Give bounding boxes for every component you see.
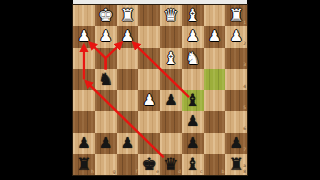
square-e3[interactable] bbox=[138, 48, 160, 69]
piece-white-pawn[interactable]: ♟ bbox=[186, 29, 199, 44]
square-e2[interactable] bbox=[138, 26, 160, 47]
square-e4[interactable] bbox=[138, 69, 160, 90]
square-f1[interactable]: ♜ bbox=[117, 5, 139, 26]
piece-black-pawn[interactable]: ♟ bbox=[77, 135, 90, 150]
square-b6[interactable] bbox=[204, 111, 226, 132]
piece-black-knight[interactable]: ♞ bbox=[98, 70, 113, 87]
square-f7[interactable]: ♟ bbox=[117, 133, 139, 154]
piece-white-pawn[interactable]: ♟ bbox=[77, 29, 90, 44]
square-c2[interactable]: ♟ bbox=[182, 26, 204, 47]
piece-black-pawn[interactable]: ♟ bbox=[99, 135, 112, 150]
piece-black-king[interactable]: ♚ bbox=[142, 155, 157, 172]
square-h5[interactable] bbox=[73, 90, 95, 111]
piece-white-pawn[interactable]: ♟ bbox=[142, 93, 155, 108]
piece-white-bishop[interactable]: ♝ bbox=[185, 7, 200, 24]
piece-white-pawn[interactable]: ♟ bbox=[121, 29, 134, 44]
square-f2[interactable]: ♟ bbox=[117, 26, 139, 47]
square-d8[interactable]: ♛d bbox=[160, 154, 182, 175]
square-g3[interactable] bbox=[95, 48, 117, 69]
square-e1[interactable] bbox=[138, 5, 160, 26]
square-d1[interactable]: ♛ bbox=[160, 5, 182, 26]
square-h7[interactable]: ♟ bbox=[73, 133, 95, 154]
piece-black-queen[interactable]: ♛ bbox=[163, 155, 178, 172]
piece-black-bishop[interactable]: ♝ bbox=[185, 155, 200, 172]
square-b7[interactable] bbox=[204, 133, 226, 154]
square-c4[interactable] bbox=[182, 69, 204, 90]
piece-white-pawn[interactable]: ♟ bbox=[229, 29, 242, 44]
piece-white-king[interactable]: ♚ bbox=[98, 7, 113, 24]
square-b1[interactable] bbox=[204, 5, 226, 26]
square-h6[interactable] bbox=[73, 111, 95, 132]
square-g2[interactable]: ♟ bbox=[95, 26, 117, 47]
chess-board: ♚♜♛♝♜1♟♟♟♟♟♟2♝♞3♞4♟♟♝5♟6♟♟♟♟♟7♜hgf♚e♛d♝c… bbox=[73, 5, 247, 175]
file-label: b bbox=[221, 170, 224, 175]
square-a2[interactable]: ♟2 bbox=[225, 26, 247, 47]
square-d4[interactable] bbox=[160, 69, 182, 90]
square-g7[interactable]: ♟ bbox=[95, 133, 117, 154]
file-label: g bbox=[113, 170, 116, 175]
square-h4[interactable] bbox=[73, 69, 95, 90]
square-h8[interactable]: ♜h bbox=[73, 154, 95, 175]
square-h2[interactable]: ♟ bbox=[73, 26, 95, 47]
square-g6[interactable] bbox=[95, 111, 117, 132]
file-label: f bbox=[136, 170, 138, 175]
piece-white-pawn[interactable]: ♟ bbox=[208, 29, 221, 44]
square-d2[interactable] bbox=[160, 26, 182, 47]
square-e5[interactable]: ♟ bbox=[138, 90, 160, 111]
piece-white-knight[interactable]: ♞ bbox=[185, 49, 200, 66]
square-e8[interactable]: ♚e bbox=[138, 154, 160, 175]
square-c6[interactable]: ♟ bbox=[182, 111, 204, 132]
square-e7[interactable] bbox=[138, 133, 160, 154]
piece-black-pawn[interactable]: ♟ bbox=[164, 93, 177, 108]
square-b2[interactable]: ♟ bbox=[204, 26, 226, 47]
square-a7[interactable]: ♟7 bbox=[225, 133, 247, 154]
square-a4[interactable]: 4 bbox=[225, 69, 247, 90]
piece-black-rook[interactable]: ♜ bbox=[229, 155, 244, 172]
piece-black-pawn[interactable]: ♟ bbox=[229, 135, 242, 150]
square-g4[interactable]: ♞ bbox=[95, 69, 117, 90]
square-d7[interactable] bbox=[160, 133, 182, 154]
square-c8[interactable]: ♝c bbox=[182, 154, 204, 175]
square-b5[interactable] bbox=[204, 90, 226, 111]
square-b3[interactable] bbox=[204, 48, 226, 69]
rank-label: 3 bbox=[243, 63, 246, 68]
square-c1[interactable]: ♝ bbox=[182, 5, 204, 26]
square-b8[interactable]: b bbox=[204, 154, 226, 175]
square-c5[interactable]: ♝ bbox=[182, 90, 204, 111]
square-a5[interactable]: 5 bbox=[225, 90, 247, 111]
square-h3[interactable] bbox=[73, 48, 95, 69]
square-g5[interactable] bbox=[95, 90, 117, 111]
piece-black-rook[interactable]: ♜ bbox=[76, 155, 91, 172]
square-d5[interactable]: ♟ bbox=[160, 90, 182, 111]
square-g1[interactable]: ♚ bbox=[95, 5, 117, 26]
square-f5[interactable] bbox=[117, 90, 139, 111]
square-f6[interactable] bbox=[117, 111, 139, 132]
rank-label: 7 bbox=[243, 148, 246, 153]
square-d3[interactable]: ♝ bbox=[160, 48, 182, 69]
square-c3[interactable]: ♞ bbox=[182, 48, 204, 69]
piece-black-pawn[interactable]: ♟ bbox=[121, 135, 134, 150]
piece-white-bishop[interactable]: ♝ bbox=[163, 49, 178, 66]
square-f4[interactable] bbox=[117, 69, 139, 90]
rank-label: 2 bbox=[243, 42, 246, 47]
square-h1[interactable] bbox=[73, 5, 95, 26]
piece-white-queen[interactable]: ♛ bbox=[163, 7, 178, 24]
piece-black-pawn[interactable]: ♟ bbox=[186, 135, 199, 150]
rank-label: 4 bbox=[243, 85, 246, 90]
square-b4[interactable] bbox=[204, 69, 226, 90]
rank-label: 6 bbox=[243, 127, 246, 132]
square-g8[interactable]: g bbox=[95, 154, 117, 175]
square-e6[interactable] bbox=[138, 111, 160, 132]
square-a3[interactable]: 3 bbox=[225, 48, 247, 69]
square-d6[interactable] bbox=[160, 111, 182, 132]
piece-white-pawn[interactable]: ♟ bbox=[99, 29, 112, 44]
square-f3[interactable] bbox=[117, 48, 139, 69]
square-c7[interactable]: ♟ bbox=[182, 133, 204, 154]
piece-white-rook[interactable]: ♜ bbox=[229, 7, 244, 24]
square-a8[interactable]: ♜8a bbox=[225, 154, 247, 175]
square-a6[interactable]: 6 bbox=[225, 111, 247, 132]
square-a1[interactable]: ♜1 bbox=[225, 5, 247, 26]
piece-black-bishop[interactable]: ♝ bbox=[185, 92, 200, 109]
video-frame: ♚♜♛♝♜1♟♟♟♟♟♟2♝♞3♞4♟♟♝5♟6♟♟♟♟♟7♜hgf♚e♛d♝c… bbox=[0, 0, 320, 180]
file-label: c bbox=[200, 170, 202, 175]
rank-label: 5 bbox=[243, 106, 246, 111]
square-f8[interactable]: f bbox=[117, 154, 139, 175]
piece-black-pawn[interactable]: ♟ bbox=[186, 114, 199, 129]
piece-white-rook[interactable]: ♜ bbox=[120, 7, 135, 24]
